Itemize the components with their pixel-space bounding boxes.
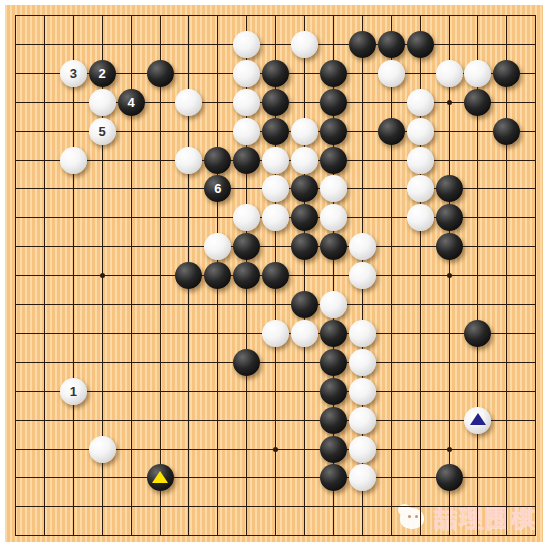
white-stone[interactable]	[464, 60, 491, 87]
black-stone[interactable]	[378, 31, 405, 58]
black-stone[interactable]	[204, 262, 231, 289]
black-stone[interactable]	[464, 320, 491, 347]
white-stone[interactable]	[349, 349, 376, 376]
black-stone[interactable]	[320, 407, 347, 434]
white-stone[interactable]	[407, 175, 434, 202]
black-stone[interactable]	[262, 89, 289, 116]
white-stone[interactable]	[349, 464, 376, 491]
white-stone[interactable]	[89, 436, 116, 463]
black-stone[interactable]: 4	[118, 89, 145, 116]
white-stone[interactable]	[378, 60, 405, 87]
black-stone[interactable]	[262, 118, 289, 145]
black-stone[interactable]	[320, 378, 347, 405]
stone-number: 5	[99, 125, 106, 138]
star-point	[447, 273, 452, 278]
white-stone[interactable]	[407, 204, 434, 231]
black-stone[interactable]	[320, 147, 347, 174]
white-stone[interactable]	[233, 60, 260, 87]
black-stone[interactable]	[291, 204, 318, 231]
black-stone[interactable]	[320, 233, 347, 260]
white-stone[interactable]	[291, 320, 318, 347]
white-stone[interactable]	[349, 407, 376, 434]
white-stone[interactable]	[436, 60, 463, 87]
black-stone[interactable]: 2	[89, 60, 116, 87]
white-stone[interactable]	[349, 233, 376, 260]
grid-line-horizontal	[15, 362, 536, 363]
grid-line-vertical	[506, 15, 507, 536]
white-stone[interactable]	[464, 407, 491, 434]
black-stone[interactable]	[262, 60, 289, 87]
black-stone[interactable]	[233, 349, 260, 376]
stone-number: 2	[99, 67, 106, 80]
white-stone[interactable]: 3	[60, 60, 87, 87]
white-stone[interactable]	[291, 147, 318, 174]
white-stone[interactable]	[320, 291, 347, 318]
stone-number: 4	[127, 96, 134, 109]
white-stone[interactable]	[60, 147, 87, 174]
white-stone[interactable]	[233, 89, 260, 116]
star-point	[447, 447, 452, 452]
black-stone[interactable]	[436, 175, 463, 202]
black-stone[interactable]	[493, 118, 520, 145]
white-stone[interactable]	[407, 89, 434, 116]
white-stone[interactable]	[291, 118, 318, 145]
star-point	[100, 273, 105, 278]
white-stone[interactable]	[262, 175, 289, 202]
star-point	[447, 100, 452, 105]
grid-line-horizontal	[15, 535, 536, 536]
screenshot-frame: 喆理围棋 324561	[0, 0, 548, 547]
black-stone[interactable]	[291, 291, 318, 318]
wechat-icon	[398, 504, 428, 532]
grid-line-horizontal	[15, 304, 536, 305]
black-stone[interactable]	[436, 204, 463, 231]
black-stone[interactable]	[464, 89, 491, 116]
white-stone[interactable]	[262, 147, 289, 174]
black-stone[interactable]	[233, 262, 260, 289]
black-stone[interactable]	[291, 233, 318, 260]
stone-number: 3	[70, 67, 77, 80]
white-stone[interactable]	[291, 31, 318, 58]
black-stone[interactable]: 6	[204, 175, 231, 202]
black-stone[interactable]	[436, 233, 463, 260]
white-stone[interactable]	[349, 320, 376, 347]
black-stone[interactable]	[204, 147, 231, 174]
black-stone[interactable]	[233, 233, 260, 260]
white-stone[interactable]	[233, 118, 260, 145]
black-stone[interactable]	[147, 60, 174, 87]
white-stone[interactable]: 1	[60, 378, 87, 405]
white-stone[interactable]	[320, 175, 347, 202]
grid-line-horizontal	[15, 420, 536, 421]
white-stone[interactable]	[262, 320, 289, 347]
black-stone[interactable]	[349, 31, 376, 58]
grid-line-horizontal	[15, 391, 536, 392]
grid-line-vertical	[391, 15, 392, 536]
white-stone[interactable]	[349, 378, 376, 405]
white-stone[interactable]	[349, 436, 376, 463]
black-stone[interactable]	[436, 464, 463, 491]
black-stone[interactable]	[262, 262, 289, 289]
black-stone[interactable]	[320, 60, 347, 87]
black-stone[interactable]	[233, 147, 260, 174]
black-stone[interactable]	[147, 464, 174, 491]
black-stone[interactable]	[320, 320, 347, 347]
white-stone[interactable]	[407, 147, 434, 174]
stone-number: 1	[70, 385, 77, 398]
black-stone[interactable]	[407, 31, 434, 58]
white-stone[interactable]	[233, 204, 260, 231]
white-stone[interactable]	[233, 31, 260, 58]
white-stone[interactable]	[262, 204, 289, 231]
white-stone[interactable]	[349, 262, 376, 289]
white-stone[interactable]	[407, 118, 434, 145]
black-stone[interactable]	[493, 60, 520, 87]
triangle-marker	[152, 471, 168, 483]
black-stone[interactable]	[320, 349, 347, 376]
grid-line-horizontal	[15, 506, 536, 507]
grid-line-vertical	[304, 15, 305, 536]
white-stone[interactable]	[89, 89, 116, 116]
black-stone[interactable]	[320, 89, 347, 116]
white-stone[interactable]	[204, 233, 231, 260]
black-stone[interactable]	[175, 262, 202, 289]
black-stone[interactable]	[320, 436, 347, 463]
black-stone[interactable]	[378, 118, 405, 145]
black-stone[interactable]	[320, 464, 347, 491]
go-board[interactable]: 喆理围棋 324561	[5, 5, 543, 542]
white-stone[interactable]: 5	[89, 118, 116, 145]
white-stone[interactable]	[175, 89, 202, 116]
white-stone[interactable]	[320, 204, 347, 231]
white-stone[interactable]	[175, 147, 202, 174]
black-stone[interactable]	[291, 175, 318, 202]
triangle-marker	[470, 413, 486, 425]
grid-line-vertical	[535, 15, 536, 536]
star-point	[273, 447, 278, 452]
black-stone[interactable]	[320, 118, 347, 145]
stone-number: 6	[214, 182, 221, 195]
